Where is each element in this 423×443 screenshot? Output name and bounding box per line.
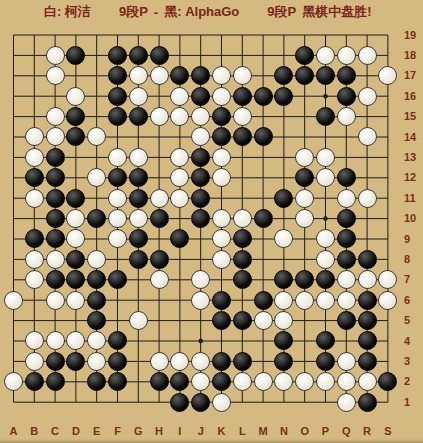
board-intersection-P4	[315, 331, 336, 351]
column-label-H: H	[152, 425, 166, 437]
board-intersection-J16	[190, 86, 211, 106]
black-stone	[212, 107, 231, 126]
row-label-9: 9	[404, 234, 423, 245]
white-stone	[66, 87, 85, 106]
board-intersection-C7	[45, 269, 66, 289]
black-stone	[358, 291, 377, 310]
black-stone	[150, 46, 169, 65]
black-stone	[108, 107, 127, 126]
board-intersection-D18	[65, 45, 86, 65]
white-stone	[378, 270, 397, 289]
black-player-rank: 9段P	[267, 3, 296, 21]
black-stone	[46, 229, 65, 248]
board-intersection-P15	[315, 106, 336, 126]
black-stone	[87, 311, 106, 330]
white-stone	[25, 127, 44, 146]
black-stone	[46, 189, 65, 208]
black-stone	[66, 270, 85, 289]
board-intersection-K1	[211, 392, 232, 412]
board-intersection-N2	[273, 371, 294, 391]
white-stone	[129, 209, 148, 228]
board-intersection-N7	[273, 269, 294, 289]
white-stone	[191, 107, 210, 126]
column-label-C: C	[48, 425, 62, 437]
black-stone	[87, 270, 106, 289]
game-info-header: 白: 柯洁 9段P - 黑: AlphaGo 9段P 黑棋中盘胜!	[0, 0, 423, 24]
board-intersection-L7	[232, 269, 253, 289]
white-stone	[337, 46, 356, 65]
column-label-K: K	[215, 425, 229, 437]
board-intersection-R5	[357, 310, 378, 330]
white-stone	[233, 66, 252, 85]
white-stone	[295, 372, 314, 391]
row-label-10: 10	[404, 213, 423, 224]
board-intersection-H3	[149, 351, 170, 371]
board-intersection-J2	[190, 371, 211, 391]
board-intersection-C9	[45, 229, 66, 249]
board-intersection-R4	[357, 331, 378, 351]
white-stone	[316, 229, 335, 248]
black-stone	[316, 352, 335, 371]
white-stone	[25, 331, 44, 350]
black-stone	[25, 229, 44, 248]
board-intersection-M6	[253, 290, 274, 310]
board-intersection-P7	[315, 269, 336, 289]
black-stone	[46, 148, 65, 167]
black-stone	[295, 270, 314, 289]
black-stone	[87, 209, 106, 228]
board-intersection-L14	[232, 127, 253, 147]
black-stone	[129, 250, 148, 269]
white-stone	[46, 250, 65, 269]
board-intersection-E7	[86, 269, 107, 289]
board-intersection-F4	[107, 331, 128, 351]
board-intersection-D16	[65, 86, 86, 106]
row-label-11: 11	[404, 193, 423, 204]
white-stone	[25, 270, 44, 289]
board-intersection-H7	[149, 269, 170, 289]
board-intersection-J6	[190, 290, 211, 310]
column-label-E: E	[90, 425, 104, 437]
black-stone	[191, 148, 210, 167]
black-stone	[191, 87, 210, 106]
column-label-L: L	[235, 425, 249, 437]
black-stone	[212, 311, 231, 330]
white-stone	[212, 209, 231, 228]
board-intersection-H11	[149, 188, 170, 208]
board-intersection-K10	[211, 208, 232, 228]
board-intersection-F17	[107, 66, 128, 86]
board-intersection-J7	[190, 269, 211, 289]
white-stone	[254, 311, 273, 330]
board-intersection-Q10	[336, 208, 357, 228]
board-intersection-N9	[273, 229, 294, 249]
white-stone	[337, 189, 356, 208]
board-intersection-Q9	[336, 229, 357, 249]
board-intersection-J10	[190, 208, 211, 228]
board-intersection-K6	[211, 290, 232, 310]
board-intersection-K8	[211, 249, 232, 269]
white-stone	[129, 87, 148, 106]
white-stone	[316, 372, 335, 391]
board-intersection-G18	[128, 45, 149, 65]
black-stone	[191, 66, 210, 85]
black-stone	[108, 372, 127, 391]
black-stone	[254, 291, 273, 310]
board-intersection-F11	[107, 188, 128, 208]
column-label-O: O	[298, 425, 312, 437]
board-intersection-D10	[65, 208, 86, 228]
black-stone	[66, 127, 85, 146]
board-intersection-D9	[65, 229, 86, 249]
board-intersection-P2	[315, 371, 336, 391]
board-intersection-F12	[107, 168, 128, 188]
board-intersection-N5	[273, 310, 294, 330]
row-label-3: 3	[404, 356, 423, 367]
black-stone	[66, 250, 85, 269]
black-stone	[254, 209, 273, 228]
board-intersection-P3	[315, 351, 336, 371]
board-intersection-I13	[169, 147, 190, 167]
white-stone	[233, 209, 252, 228]
board-intersection-R3	[357, 351, 378, 371]
board-intersection-L3	[232, 351, 253, 371]
white-stone	[337, 352, 356, 371]
white-stone	[337, 270, 356, 289]
black-stone	[66, 46, 85, 65]
white-stone	[191, 352, 210, 371]
black-stone	[191, 189, 210, 208]
board-intersection-R7	[357, 269, 378, 289]
board-intersection-J14	[190, 127, 211, 147]
white-stone	[46, 46, 65, 65]
white-stone	[295, 189, 314, 208]
black-stone	[274, 352, 293, 371]
white-stone	[274, 311, 293, 330]
white-stone	[150, 352, 169, 371]
board-intersection-E10	[86, 208, 107, 228]
board-intersection-D14	[65, 127, 86, 147]
white-stone	[191, 291, 210, 310]
board-intersection-B7	[24, 269, 45, 289]
white-stone	[358, 189, 377, 208]
board-intersection-E4	[86, 331, 107, 351]
black-stone	[108, 87, 127, 106]
white-stone	[170, 87, 189, 106]
board-intersection-B14	[24, 127, 45, 147]
black-stone	[212, 127, 231, 146]
board-intersection-O18	[294, 45, 315, 65]
black-stone	[274, 331, 293, 350]
board-intersection-C10	[45, 208, 66, 228]
column-label-R: R	[360, 425, 374, 437]
board-intersection-M5	[253, 310, 274, 330]
white-stone	[46, 291, 65, 310]
white-stone	[170, 107, 189, 126]
white-stone	[170, 148, 189, 167]
board-intersection-P8	[315, 249, 336, 269]
board-intersection-F2	[107, 371, 128, 391]
board-intersection-S6	[377, 290, 398, 310]
board-intersection-K2	[211, 371, 232, 391]
white-stone	[150, 107, 169, 126]
black-stone	[108, 168, 127, 187]
board-bottom-shadow	[0, 439, 423, 443]
board-intersection-D7	[65, 269, 86, 289]
board-intersection-O11	[294, 188, 315, 208]
black-stone	[108, 270, 127, 289]
black-stone	[150, 372, 169, 391]
board-intersection-G5	[128, 310, 149, 330]
board-intersection-M10	[253, 208, 274, 228]
black-stone	[233, 311, 252, 330]
board-intersection-Q6	[336, 290, 357, 310]
board-intersection-H10	[149, 208, 170, 228]
board-intersection-K5	[211, 310, 232, 330]
white-stone	[274, 229, 293, 248]
board-intersection-L5	[232, 310, 253, 330]
row-label-1: 1	[404, 397, 423, 408]
board-intersection-I15	[169, 106, 190, 126]
board-intersection-R1	[357, 392, 378, 412]
board-intersection-Q11	[336, 188, 357, 208]
white-stone	[87, 331, 106, 350]
black-stone	[87, 372, 106, 391]
board-intersection-J17	[190, 66, 211, 86]
white-stone	[46, 107, 65, 126]
board-intersection-N3	[273, 351, 294, 371]
board-intersection-L15	[232, 106, 253, 126]
board-intersection-L10	[232, 208, 253, 228]
board-intersection-L17	[232, 66, 253, 86]
board-intersection-C14	[45, 127, 66, 147]
white-stone	[212, 148, 231, 167]
black-stone	[233, 127, 252, 146]
board-intersection-F16	[107, 86, 128, 106]
board-intersection-K16	[211, 86, 232, 106]
white-stone	[212, 87, 231, 106]
black-stone	[295, 46, 314, 65]
board-intersection-Q18	[336, 45, 357, 65]
board-intersection-B13	[24, 147, 45, 167]
white-stone	[358, 372, 377, 391]
board-intersection-G17	[128, 66, 149, 86]
board-intersection-Q8	[336, 249, 357, 269]
board-intersection-J1	[190, 392, 211, 412]
black-stone	[233, 250, 252, 269]
white-stone	[108, 148, 127, 167]
board-intersection-K13	[211, 147, 232, 167]
black-stone	[66, 189, 85, 208]
board-intersection-Q12	[336, 168, 357, 188]
board-intersection-A2	[3, 371, 24, 391]
column-label-M: M	[256, 425, 270, 437]
board-intersection-J13	[190, 147, 211, 167]
board-intersection-G10	[128, 208, 149, 228]
white-stone	[150, 270, 169, 289]
white-stone	[108, 209, 127, 228]
column-label-S: S	[381, 425, 395, 437]
board-intersection-B11	[24, 188, 45, 208]
board-intersection-G16	[128, 86, 149, 106]
vs-separator: -	[154, 5, 158, 20]
stones-layer	[3, 25, 398, 412]
black-stone	[358, 311, 377, 330]
board-intersection-D6	[65, 290, 86, 310]
black-stone	[129, 168, 148, 187]
white-stone	[46, 66, 65, 85]
column-label-J: J	[194, 425, 208, 437]
board-intersection-R11	[357, 188, 378, 208]
board-intersection-I17	[169, 66, 190, 86]
column-label-I: I	[173, 425, 187, 437]
board-intersection-F7	[107, 269, 128, 289]
white-stone	[46, 331, 65, 350]
white-stone	[66, 291, 85, 310]
black-stone	[108, 331, 127, 350]
board-intersection-Q15	[336, 106, 357, 126]
board-intersection-J15	[190, 106, 211, 126]
white-stone	[295, 209, 314, 228]
row-label-19: 19	[404, 30, 423, 41]
row-label-2: 2	[404, 376, 423, 387]
board-intersection-D15	[65, 106, 86, 126]
black-stone	[66, 352, 85, 371]
white-stone	[316, 46, 335, 65]
white-stone	[25, 250, 44, 269]
board-intersection-E5	[86, 310, 107, 330]
board-intersection-C17	[45, 66, 66, 86]
white-stone	[274, 372, 293, 391]
white-stone	[337, 393, 356, 412]
black-stone	[337, 66, 356, 85]
board-intersection-J3	[190, 351, 211, 371]
white-stone	[212, 393, 231, 412]
black-stone	[337, 209, 356, 228]
board-intersection-D8	[65, 249, 86, 269]
white-stone	[150, 66, 169, 85]
board-intersection-D3	[65, 351, 86, 371]
board-intersection-Q7	[336, 269, 357, 289]
white-stone	[378, 291, 397, 310]
row-label-15: 15	[404, 111, 423, 122]
board-intersection-B8	[24, 249, 45, 269]
black-stone	[191, 393, 210, 412]
black-stone	[295, 168, 314, 187]
black-stone	[254, 127, 273, 146]
board-intersection-R2	[357, 371, 378, 391]
black-stone	[170, 229, 189, 248]
black-stone	[358, 393, 377, 412]
board-intersection-M14	[253, 127, 274, 147]
white-player-rank: 9段P	[119, 3, 148, 21]
board-intersection-N6	[273, 290, 294, 310]
board-intersection-K9	[211, 229, 232, 249]
board-intersection-M2	[253, 371, 274, 391]
board-intersection-P17	[315, 66, 336, 86]
white-stone	[25, 352, 44, 371]
white-stone	[212, 229, 231, 248]
white-stone	[337, 291, 356, 310]
white-stone	[316, 168, 335, 187]
board-intersection-D11	[65, 188, 86, 208]
white-stone	[66, 331, 85, 350]
white-stone	[129, 148, 148, 167]
board-intersection-L16	[232, 86, 253, 106]
row-label-5: 5	[404, 315, 423, 326]
black-stone	[46, 270, 65, 289]
board-intersection-H18	[149, 45, 170, 65]
column-label-F: F	[111, 425, 125, 437]
board-intersection-G13	[128, 147, 149, 167]
board-intersection-Q17	[336, 66, 357, 86]
black-stone	[358, 250, 377, 269]
board-intersection-O6	[294, 290, 315, 310]
black-stone	[337, 311, 356, 330]
black-stone	[358, 352, 377, 371]
white-stone	[108, 189, 127, 208]
white-stone	[170, 168, 189, 187]
black-stone	[108, 352, 127, 371]
black-stone	[337, 229, 356, 248]
white-stone	[129, 311, 148, 330]
board-intersection-E3	[86, 351, 107, 371]
board-intersection-L2	[232, 371, 253, 391]
black-stone	[150, 209, 169, 228]
black-stone	[316, 331, 335, 350]
row-label-17: 17	[404, 70, 423, 81]
black-stone	[316, 66, 335, 85]
black-stone	[129, 229, 148, 248]
white-stone	[25, 148, 44, 167]
board-intersection-G12	[128, 168, 149, 188]
board-intersection-P6	[315, 290, 336, 310]
board-intersection-P12	[315, 168, 336, 188]
black-stone	[25, 168, 44, 187]
board-intersection-O2	[294, 371, 315, 391]
board-intersection-I2	[169, 371, 190, 391]
board-intersection-Q5	[336, 310, 357, 330]
white-stone	[316, 291, 335, 310]
board-intersection-E2	[86, 371, 107, 391]
board-intersection-C4	[45, 331, 66, 351]
board-intersection-G15	[128, 106, 149, 126]
board-intersection-Q1	[336, 392, 357, 412]
board-intersection-F15	[107, 106, 128, 126]
board-intersection-R8	[357, 249, 378, 269]
board-intersection-M16	[253, 86, 274, 106]
white-stone	[46, 127, 65, 146]
white-stone	[274, 291, 293, 310]
black-stone	[337, 168, 356, 187]
board-intersection-C8	[45, 249, 66, 269]
column-label-D: D	[69, 425, 83, 437]
board-intersection-Q2	[336, 371, 357, 391]
go-board[interactable]: 19181716151413121110987654321 ABCDEFGHIJ…	[0, 0, 423, 443]
black-stone	[191, 209, 210, 228]
board-intersection-G9	[128, 229, 149, 249]
white-stone	[191, 270, 210, 289]
board-intersection-A6	[3, 290, 24, 310]
white-stone	[212, 168, 231, 187]
board-intersection-S7	[377, 269, 398, 289]
white-stone	[25, 189, 44, 208]
row-label-13: 13	[404, 152, 423, 163]
board-intersection-I3	[169, 351, 190, 371]
column-label-Q: Q	[339, 425, 353, 437]
board-intersection-E8	[86, 249, 107, 269]
board-intersection-P13	[315, 147, 336, 167]
